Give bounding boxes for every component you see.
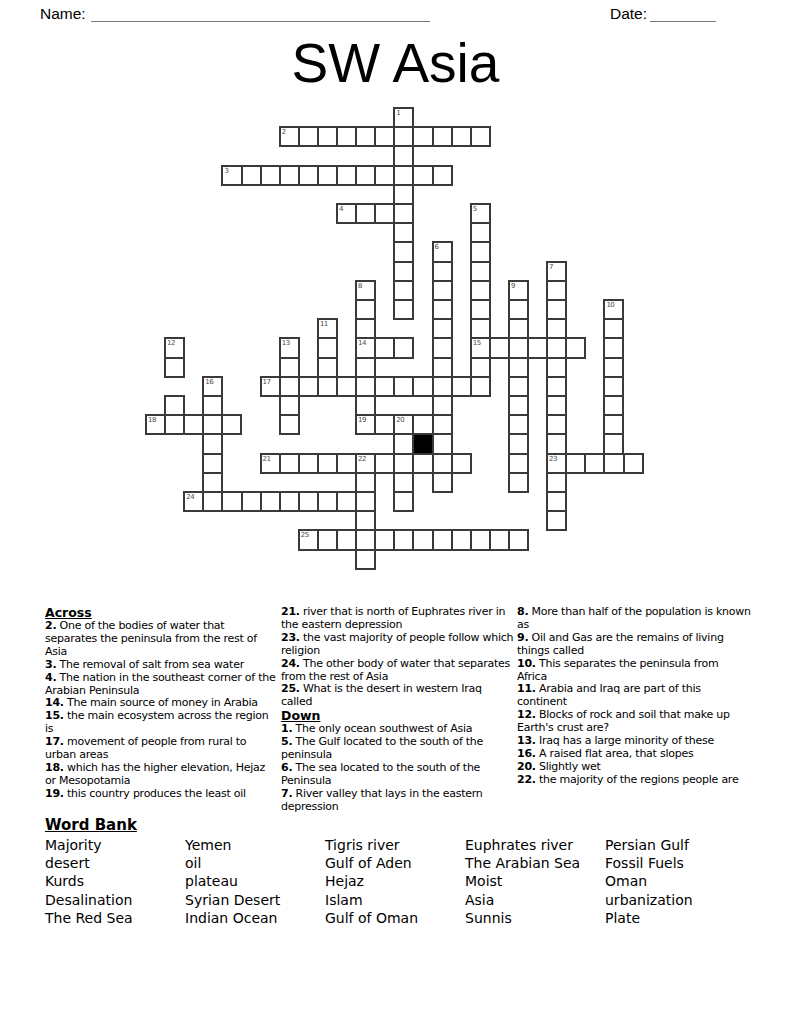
cell-number: 8 xyxy=(358,282,362,290)
grid-cell[interactable] xyxy=(508,472,529,493)
grid-cell[interactable] xyxy=(432,453,453,474)
grid-cell[interactable] xyxy=(470,261,491,282)
grid-cell[interactable] xyxy=(412,529,433,550)
grid-cell[interactable] xyxy=(336,165,357,186)
grid-cell[interactable] xyxy=(336,529,357,550)
cell-number: 3 xyxy=(224,167,228,175)
clue-number: 3. xyxy=(45,658,56,671)
grid-cell[interactable] xyxy=(432,433,453,454)
word-bank-item: Yemen xyxy=(185,836,280,854)
clue-number: 10. xyxy=(517,657,536,670)
clue-number: 21. xyxy=(281,605,300,618)
grid-cell[interactable] xyxy=(412,453,433,474)
grid-cell[interactable] xyxy=(451,529,472,550)
clue-column: 21. river that is north of Euphrates riv… xyxy=(281,606,515,814)
clue-number: 25. xyxy=(281,682,300,695)
grid-cell[interactable] xyxy=(393,433,414,454)
clue-column: 8. More than half of the population is k… xyxy=(517,606,751,787)
grid-cell[interactable] xyxy=(260,165,281,186)
grid-cell[interactable] xyxy=(298,126,319,147)
clue: 25. What is the desert in western Iraq c… xyxy=(281,683,515,709)
clue-number: 9. xyxy=(517,631,528,644)
grid-cell[interactable] xyxy=(202,414,223,435)
grid-cell[interactable] xyxy=(603,453,624,474)
grid-cell[interactable] xyxy=(393,145,414,166)
word-bank-column: Euphrates riverThe Arabian SeaMoistAsiaS… xyxy=(465,836,580,927)
grid-cell[interactable] xyxy=(584,453,605,474)
word-bank-item: Asia xyxy=(465,891,580,909)
grid-cell[interactable] xyxy=(508,357,529,378)
grid-cell[interactable]: 19 xyxy=(355,414,376,435)
cell-number: 16 xyxy=(205,378,213,386)
clue: 11. Arabia and Iraq are part of this con… xyxy=(517,683,751,709)
cell-number: 21 xyxy=(263,455,271,463)
grid-cell[interactable] xyxy=(374,165,395,186)
grid-cell[interactable] xyxy=(355,299,376,320)
cell-number: 18 xyxy=(148,416,156,424)
grid-cell[interactable] xyxy=(432,280,453,301)
grid-cell[interactable]: 7 xyxy=(546,261,567,282)
word-bank-item: Persian Gulf xyxy=(605,836,693,854)
grid-cell[interactable] xyxy=(355,318,376,339)
grid-cell[interactable] xyxy=(374,337,395,358)
word-bank-item: Oman xyxy=(605,872,693,890)
name-blank-line[interactable] xyxy=(91,5,430,22)
grid-cell[interactable] xyxy=(374,529,395,550)
grid-cell[interactable]: 11 xyxy=(317,318,338,339)
grid-cell[interactable] xyxy=(508,395,529,416)
grid-cell[interactable] xyxy=(393,529,414,550)
grid-cell[interactable] xyxy=(412,126,433,147)
grid-cell[interactable] xyxy=(432,472,453,493)
cell-number: 24 xyxy=(186,493,194,501)
grid-cell[interactable] xyxy=(432,395,453,416)
grid-cell[interactable] xyxy=(393,184,414,205)
grid-cell[interactable] xyxy=(336,453,357,474)
grid-cell[interactable] xyxy=(202,491,223,512)
grid-cell[interactable] xyxy=(508,414,529,435)
grid-cell[interactable] xyxy=(317,529,338,550)
grid-cell[interactable] xyxy=(355,472,376,493)
cell-number: 20 xyxy=(396,416,404,424)
grid-cell[interactable] xyxy=(393,126,414,147)
grid-cell[interactable] xyxy=(355,357,376,378)
grid-cell[interactable] xyxy=(279,376,300,397)
grid-cell[interactable] xyxy=(393,299,414,320)
grid-cell[interactable] xyxy=(279,357,300,378)
grid-cell[interactable] xyxy=(451,453,472,474)
grid-cell[interactable] xyxy=(508,299,529,320)
grid-cell[interactable] xyxy=(374,376,395,397)
grid-cell[interactable] xyxy=(432,126,453,147)
grid-cell[interactable] xyxy=(527,337,548,358)
grid-cell[interactable] xyxy=(298,453,319,474)
cell-number: 13 xyxy=(282,339,290,347)
grid-cell[interactable] xyxy=(336,376,357,397)
cell-number: 7 xyxy=(549,263,553,271)
grid-cell[interactable] xyxy=(603,414,624,435)
grid-cell[interactable] xyxy=(470,241,491,262)
grid-cell[interactable] xyxy=(470,529,491,550)
clue: 8. More than half of the population is k… xyxy=(517,606,751,632)
grid-cell[interactable]: 4 xyxy=(336,203,357,224)
clue-number: 11. xyxy=(517,682,536,695)
grid-cell[interactable]: 3 xyxy=(221,165,242,186)
grid-cell[interactable] xyxy=(508,318,529,339)
grid-cell[interactable] xyxy=(374,453,395,474)
date-label: Date: xyxy=(610,5,647,23)
clue: 4. The nation in the southeast corner of… xyxy=(45,672,279,698)
grid-cell[interactable] xyxy=(546,414,567,435)
clue-number: 14. xyxy=(45,696,64,709)
grid-cell[interactable] xyxy=(603,337,624,358)
grid-cell[interactable] xyxy=(279,165,300,186)
word-bank-item: The Red Sea xyxy=(45,909,133,927)
grid-cell[interactable] xyxy=(603,318,624,339)
grid-cell[interactable]: 5 xyxy=(470,203,491,224)
grid-cell[interactable] xyxy=(489,529,510,550)
grid-cell[interactable] xyxy=(355,549,376,570)
clue-number: 20. xyxy=(517,760,536,773)
grid-cell[interactable] xyxy=(546,472,567,493)
grid-cell[interactable] xyxy=(470,376,491,397)
grid-cell[interactable]: 2 xyxy=(279,126,300,147)
grid-cell[interactable] xyxy=(393,261,414,282)
grid-cell[interactable] xyxy=(241,165,262,186)
clue-number: 2. xyxy=(45,619,56,632)
grid-cell[interactable] xyxy=(603,357,624,378)
cell-number: 6 xyxy=(435,243,439,251)
grid-cell[interactable] xyxy=(546,357,567,378)
grid-cell[interactable] xyxy=(432,318,453,339)
word-bank-item: Plate xyxy=(605,909,693,927)
grid-cell[interactable]: 14 xyxy=(355,337,376,358)
grid-cell[interactable] xyxy=(393,453,414,474)
clue-number: 17. xyxy=(45,735,64,748)
word-bank-item: Syrian Desert xyxy=(185,891,280,909)
clue-number: 19. xyxy=(45,787,64,800)
grid-cell[interactable] xyxy=(470,222,491,243)
grid-cell[interactable]: 13 xyxy=(279,337,300,358)
clue: 20. Slightly wet xyxy=(517,761,751,774)
grid-cell[interactable] xyxy=(508,453,529,474)
clue: 19. this country produces the least oil xyxy=(45,788,279,801)
grid-cell[interactable] xyxy=(546,395,567,416)
grid-cell[interactable] xyxy=(432,414,453,435)
grid-cell[interactable] xyxy=(202,472,223,493)
word-bank-item: urbanization xyxy=(605,891,693,909)
grid-cell[interactable] xyxy=(279,491,300,512)
clue: 5. The Gulf located to the south of the … xyxy=(281,736,515,762)
grid-cell[interactable] xyxy=(470,280,491,301)
grid-cell[interactable] xyxy=(298,491,319,512)
clue-number: 6. xyxy=(281,761,292,774)
across-heading: Across xyxy=(45,606,279,619)
grid-cell[interactable] xyxy=(355,491,376,512)
grid-cell[interactable] xyxy=(260,491,281,512)
grid-cell[interactable] xyxy=(546,491,567,512)
grid-cell[interactable] xyxy=(451,376,472,397)
grid-cell[interactable] xyxy=(221,414,242,435)
clue: 6. The sea located to the south of the P… xyxy=(281,762,515,788)
word-bank-item: The Arabian Sea xyxy=(465,854,580,872)
grid-cell[interactable] xyxy=(374,203,395,224)
grid-cell[interactable] xyxy=(298,165,319,186)
grid-cell[interactable] xyxy=(470,318,491,339)
grid-cell[interactable] xyxy=(317,165,338,186)
grid-cell[interactable] xyxy=(508,529,529,550)
clue-number: 23. xyxy=(281,631,300,644)
grid-cell[interactable] xyxy=(412,376,433,397)
grid-cell[interactable] xyxy=(317,357,338,378)
grid-cell[interactable]: 6 xyxy=(432,241,453,262)
grid-cell[interactable] xyxy=(546,376,567,397)
grid-cell[interactable] xyxy=(298,376,319,397)
grid-cell[interactable]: 12 xyxy=(164,337,185,358)
grid-cell[interactable] xyxy=(183,414,204,435)
cell-number: 1 xyxy=(396,109,400,117)
word-bank-column: Persian GulfFossil FuelsOmanurbanization… xyxy=(605,836,693,927)
grid-cell[interactable] xyxy=(355,126,376,147)
word-bank-item: Euphrates river xyxy=(465,836,580,854)
word-bank-item: Islam xyxy=(325,891,418,909)
clue: 23. the vast majority of people follow w… xyxy=(281,632,515,658)
clue: 16. A raised flat area, that slopes xyxy=(517,748,751,761)
grid-cell[interactable] xyxy=(317,126,338,147)
grid-cell[interactable] xyxy=(546,318,567,339)
grid-cell[interactable] xyxy=(508,376,529,397)
grid-cell[interactable] xyxy=(393,203,414,224)
clue-number: 5. xyxy=(281,735,292,748)
grid-cell[interactable] xyxy=(355,529,376,550)
clue-number: 24. xyxy=(281,657,300,670)
cell-number: 5 xyxy=(473,205,477,213)
cell-number: 11 xyxy=(320,320,328,328)
grid-cell[interactable] xyxy=(279,414,300,435)
clue-column: Across2. One of the bodies of water that… xyxy=(45,606,279,801)
grid-cell[interactable] xyxy=(603,395,624,416)
grid-cell[interactable] xyxy=(470,357,491,378)
word-bank-item: Sunnis xyxy=(465,909,580,927)
word-bank-item: Kurds xyxy=(45,872,133,890)
cell-number: 14 xyxy=(358,339,366,347)
word-bank-item: Desalination xyxy=(45,891,133,909)
clue: 7. River valley that lays in the eastern… xyxy=(281,788,515,814)
cell-number: 15 xyxy=(473,339,481,347)
clue-number: 13. xyxy=(517,734,536,747)
grid-cell[interactable] xyxy=(279,395,300,416)
grid-cell[interactable] xyxy=(393,222,414,243)
grid-cell[interactable] xyxy=(546,280,567,301)
black-cell xyxy=(412,433,433,454)
word-bank-item: Gulf of Oman xyxy=(325,909,418,927)
grid-cell[interactable] xyxy=(241,491,262,512)
date-blank-line[interactable] xyxy=(650,5,716,22)
grid-cell[interactable] xyxy=(221,491,242,512)
clue-number: 22. xyxy=(517,773,536,786)
grid-cell[interactable] xyxy=(374,126,395,147)
grid-cell[interactable] xyxy=(393,376,414,397)
grid-cell[interactable]: 17 xyxy=(260,376,281,397)
grid-cell[interactable] xyxy=(393,491,414,512)
word-bank-column: MajoritydesertKurdsDesalinationThe Red S… xyxy=(45,836,133,927)
cell-number: 10 xyxy=(606,301,614,309)
grid-cell[interactable] xyxy=(279,453,300,474)
word-bank-item: Fossil Fuels xyxy=(605,854,693,872)
grid-cell[interactable] xyxy=(393,165,414,186)
grid-cell[interactable] xyxy=(202,453,223,474)
grid-cell[interactable] xyxy=(432,299,453,320)
grid-cell[interactable]: 23 xyxy=(546,453,567,474)
cell-number: 4 xyxy=(339,205,343,213)
grid-cell[interactable]: 22 xyxy=(355,453,376,474)
grid-cell[interactable] xyxy=(546,337,567,358)
cell-number: 25 xyxy=(301,531,309,539)
clue: 22. the majority of the regions people a… xyxy=(517,774,751,787)
clue: 24. The other body of water that separat… xyxy=(281,658,515,684)
grid-cell[interactable]: 18 xyxy=(145,414,166,435)
grid-cell[interactable]: 1 xyxy=(393,107,414,128)
clue-number: 16. xyxy=(517,747,536,760)
cell-number: 23 xyxy=(549,455,557,463)
grid-cell[interactable] xyxy=(393,472,414,493)
grid-cell[interactable] xyxy=(374,414,395,435)
clue-number: 18. xyxy=(45,761,64,774)
grid-cell[interactable] xyxy=(202,395,223,416)
word-bank-column: YemenoilplateauSyrian DesertIndian Ocean xyxy=(185,836,280,927)
grid-cell[interactable]: 20 xyxy=(393,414,414,435)
clue-number: 4. xyxy=(45,671,56,684)
grid-cell[interactable] xyxy=(623,453,644,474)
word-bank-item: plateau xyxy=(185,872,280,890)
grid-cell[interactable] xyxy=(470,126,491,147)
grid-cell[interactable]: 8 xyxy=(355,280,376,301)
cell-number: 9 xyxy=(511,282,515,290)
word-bank-column: Tigris riverGulf of AdenHejazIslamGulf o… xyxy=(325,836,418,927)
word-bank-heading: Word Bank xyxy=(45,816,137,834)
grid-cell[interactable] xyxy=(355,510,376,531)
name-label: Name: xyxy=(40,5,86,23)
grid-cell[interactable] xyxy=(164,414,185,435)
grid-cell[interactable] xyxy=(432,261,453,282)
word-bank-item: oil xyxy=(185,854,280,872)
grid-cell[interactable] xyxy=(603,433,624,454)
grid-cell[interactable] xyxy=(355,395,376,416)
grid-cell[interactable] xyxy=(432,357,453,378)
grid-cell[interactable] xyxy=(546,510,567,531)
cell-number: 22 xyxy=(358,455,366,463)
grid-cell[interactable] xyxy=(432,165,453,186)
word-bank-item: Moist xyxy=(465,872,580,890)
grid-cell[interactable] xyxy=(508,433,529,454)
clue-number: 8. xyxy=(517,605,528,618)
grid-cell[interactable] xyxy=(393,280,414,301)
grid-cell[interactable] xyxy=(317,376,338,397)
clue: 3. The removal of salt from sea water xyxy=(45,659,279,672)
grid-cell[interactable]: 25 xyxy=(298,529,319,550)
word-bank-item: desert xyxy=(45,854,133,872)
word-bank-item: Tigris river xyxy=(325,836,418,854)
grid-cell[interactable] xyxy=(489,337,510,358)
cell-number: 12 xyxy=(167,339,175,347)
grid-cell[interactable] xyxy=(412,414,433,435)
cell-number: 2 xyxy=(282,128,286,136)
clue: 17. movement of people from rural to urb… xyxy=(45,736,279,762)
grid-cell[interactable] xyxy=(202,433,223,454)
grid-cell[interactable] xyxy=(336,126,357,147)
grid-cell[interactable] xyxy=(317,337,338,358)
grid-cell[interactable] xyxy=(317,453,338,474)
grid-cell[interactable] xyxy=(393,337,414,358)
grid-cell[interactable] xyxy=(565,453,586,474)
grid-cell[interactable] xyxy=(451,126,472,147)
clue-number: 1. xyxy=(281,722,292,735)
word-bank-item: Gulf of Aden xyxy=(325,854,418,872)
grid-cell[interactable] xyxy=(603,376,624,397)
grid-cell[interactable] xyxy=(432,337,453,358)
cell-number: 17 xyxy=(263,378,271,386)
word-bank-item: Indian Ocean xyxy=(185,909,280,927)
grid-cell[interactable]: 16 xyxy=(202,376,223,397)
grid-cell[interactable]: 15 xyxy=(470,337,491,358)
grid-cell[interactable] xyxy=(508,337,529,358)
down-heading: Down xyxy=(281,709,515,722)
puzzle-title: SW Asia xyxy=(0,34,791,92)
clue: 10. This separates the peninsula from Af… xyxy=(517,658,751,684)
grid-cell[interactable] xyxy=(546,433,567,454)
cell-number: 19 xyxy=(358,416,366,424)
word-bank-item: Majority xyxy=(45,836,133,854)
grid-cell[interactable] xyxy=(355,165,376,186)
grid-cell[interactable]: 9 xyxy=(508,280,529,301)
clue: 9. Oil and Gas are the remains of living… xyxy=(517,632,751,658)
grid-cell[interactable]: 21 xyxy=(260,453,281,474)
grid-cell[interactable] xyxy=(393,241,414,262)
grid-cell[interactable] xyxy=(164,395,185,416)
clue: 2. One of the bodies of water that separ… xyxy=(45,620,279,659)
word-bank-item: Hejaz xyxy=(325,872,418,890)
grid-cell[interactable]: 24 xyxy=(183,491,204,512)
grid-cell[interactable] xyxy=(317,491,338,512)
grid-cell[interactable] xyxy=(565,337,586,358)
clue: 21. river that is north of Euphrates riv… xyxy=(281,606,515,632)
grid-cell[interactable] xyxy=(164,357,185,378)
grid-cell[interactable] xyxy=(355,376,376,397)
clue: 12. Blocks of rock and soil that make up… xyxy=(517,709,751,735)
crossword-grid: 1234567891011121314151617181920212223242… xyxy=(145,107,645,569)
clue-number: 15. xyxy=(45,709,64,722)
grid-cell[interactable]: 10 xyxy=(603,299,624,320)
grid-cell[interactable] xyxy=(432,376,453,397)
grid-cell[interactable] xyxy=(355,203,376,224)
grid-cell[interactable] xyxy=(470,299,491,320)
grid-cell[interactable] xyxy=(432,529,453,550)
clue-number: 7. xyxy=(281,787,292,800)
clue: 15. the main ecosystem across the region… xyxy=(45,710,279,736)
grid-cell[interactable] xyxy=(412,165,433,186)
grid-cell[interactable] xyxy=(336,491,357,512)
clue: 18. which has the higher elevation, Heja… xyxy=(45,762,279,788)
clue-number: 12. xyxy=(517,708,536,721)
grid-cell[interactable] xyxy=(546,299,567,320)
